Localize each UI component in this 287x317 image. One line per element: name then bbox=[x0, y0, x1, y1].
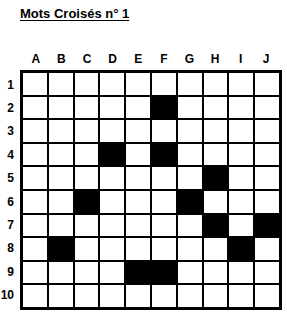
cell-H2[interactable] bbox=[204, 97, 228, 119]
cell-H4[interactable] bbox=[204, 144, 228, 166]
cell-I1[interactable] bbox=[229, 73, 253, 95]
cell-I4[interactable] bbox=[229, 144, 253, 166]
cell-H8[interactable] bbox=[204, 238, 228, 260]
row-labels: 12345678910 bbox=[0, 70, 17, 310]
cell-F1[interactable] bbox=[152, 73, 176, 95]
cell-D5[interactable] bbox=[100, 167, 124, 189]
cell-I9[interactable] bbox=[229, 262, 253, 284]
cell-J6[interactable] bbox=[255, 191, 279, 213]
column-header-I: I bbox=[228, 51, 254, 68]
cell-E8[interactable] bbox=[126, 238, 150, 260]
page-title: Mots Croisés n° 1 bbox=[20, 6, 129, 21]
cell-J9[interactable] bbox=[255, 262, 279, 284]
cell-F10[interactable] bbox=[152, 285, 176, 307]
cell-H5-black bbox=[204, 167, 228, 189]
row-label-7: 7 bbox=[0, 213, 17, 236]
cell-H1[interactable] bbox=[204, 73, 228, 95]
cell-G4[interactable] bbox=[178, 144, 202, 166]
row-label-5: 5 bbox=[0, 167, 17, 190]
cell-B3[interactable] bbox=[49, 120, 73, 142]
cell-F8[interactable] bbox=[152, 238, 176, 260]
cell-D6[interactable] bbox=[100, 191, 124, 213]
cell-E4[interactable] bbox=[126, 144, 150, 166]
cell-A3[interactable] bbox=[23, 120, 47, 142]
cell-A1[interactable] bbox=[23, 73, 47, 95]
cell-A8[interactable] bbox=[23, 238, 47, 260]
cell-A4[interactable] bbox=[23, 144, 47, 166]
cell-C8[interactable] bbox=[75, 238, 99, 260]
row-label-4: 4 bbox=[0, 143, 17, 166]
cell-F7[interactable] bbox=[152, 215, 176, 237]
cell-F2-black bbox=[152, 97, 176, 119]
crossword-grid bbox=[20, 70, 282, 310]
cell-G8[interactable] bbox=[178, 238, 202, 260]
column-header-B: B bbox=[49, 51, 75, 68]
cell-F9-black bbox=[152, 262, 176, 284]
cell-A9[interactable] bbox=[23, 262, 47, 284]
cell-D1[interactable] bbox=[100, 73, 124, 95]
cell-J10[interactable] bbox=[255, 285, 279, 307]
cell-G10[interactable] bbox=[178, 285, 202, 307]
cell-J2[interactable] bbox=[255, 97, 279, 119]
cell-H9[interactable] bbox=[204, 262, 228, 284]
cell-B2[interactable] bbox=[49, 97, 73, 119]
cell-F4-black bbox=[152, 144, 176, 166]
cell-D2[interactable] bbox=[100, 97, 124, 119]
cell-B4[interactable] bbox=[49, 144, 73, 166]
cell-I5[interactable] bbox=[229, 167, 253, 189]
cell-B10[interactable] bbox=[49, 285, 73, 307]
cell-A10[interactable] bbox=[23, 285, 47, 307]
column-header-G: G bbox=[177, 51, 203, 68]
cell-G5[interactable] bbox=[178, 167, 202, 189]
cell-D3[interactable] bbox=[100, 120, 124, 142]
cell-C1[interactable] bbox=[75, 73, 99, 95]
cell-B1[interactable] bbox=[49, 73, 73, 95]
cell-B9[interactable] bbox=[49, 262, 73, 284]
cell-C4[interactable] bbox=[75, 144, 99, 166]
row-label-6: 6 bbox=[0, 190, 17, 213]
cell-G9[interactable] bbox=[178, 262, 202, 284]
cell-D9[interactable] bbox=[100, 262, 124, 284]
crossword-page: Mots Croisés n° 1 ABCDEFGHIJ 12345678910 bbox=[0, 0, 287, 317]
cell-J5[interactable] bbox=[255, 167, 279, 189]
row-label-2: 2 bbox=[0, 96, 17, 119]
cell-H7-black bbox=[204, 215, 228, 237]
cell-J8[interactable] bbox=[255, 238, 279, 260]
cell-J4[interactable] bbox=[255, 144, 279, 166]
row-label-3: 3 bbox=[0, 120, 17, 143]
cell-E7[interactable] bbox=[126, 215, 150, 237]
column-headers: ABCDEFGHIJ bbox=[23, 51, 279, 68]
cell-I3[interactable] bbox=[229, 120, 253, 142]
row-label-10: 10 bbox=[0, 284, 17, 307]
cell-H3[interactable] bbox=[204, 120, 228, 142]
cell-E6[interactable] bbox=[126, 191, 150, 213]
cell-A2[interactable] bbox=[23, 97, 47, 119]
column-header-E: E bbox=[125, 51, 151, 68]
cell-C5[interactable] bbox=[75, 167, 99, 189]
cell-F6[interactable] bbox=[152, 191, 176, 213]
cell-A5[interactable] bbox=[23, 167, 47, 189]
cell-J1[interactable] bbox=[255, 73, 279, 95]
row-label-8: 8 bbox=[0, 237, 17, 260]
cell-C6-black bbox=[75, 191, 99, 213]
column-header-C: C bbox=[74, 51, 100, 68]
cell-I10[interactable] bbox=[229, 285, 253, 307]
cell-G6-black bbox=[178, 191, 202, 213]
column-header-J: J bbox=[253, 51, 279, 68]
cell-E10[interactable] bbox=[126, 285, 150, 307]
cell-D4-black bbox=[100, 144, 124, 166]
row-label-1: 1 bbox=[0, 73, 17, 96]
cell-B6[interactable] bbox=[49, 191, 73, 213]
cell-G1[interactable] bbox=[178, 73, 202, 95]
cell-A7[interactable] bbox=[23, 215, 47, 237]
cell-I8-black bbox=[229, 238, 253, 260]
cell-G7[interactable] bbox=[178, 215, 202, 237]
cell-H10[interactable] bbox=[204, 285, 228, 307]
column-header-A: A bbox=[23, 51, 49, 68]
cell-E5[interactable] bbox=[126, 167, 150, 189]
row-label-9: 9 bbox=[0, 260, 17, 283]
cell-H6[interactable] bbox=[204, 191, 228, 213]
cell-I2[interactable] bbox=[229, 97, 253, 119]
cell-D10[interactable] bbox=[100, 285, 124, 307]
cell-F3[interactable] bbox=[152, 120, 176, 142]
column-header-H: H bbox=[202, 51, 228, 68]
cell-C7[interactable] bbox=[75, 215, 99, 237]
cell-G2[interactable] bbox=[178, 97, 202, 119]
cell-J3[interactable] bbox=[255, 120, 279, 142]
cell-D8[interactable] bbox=[100, 238, 124, 260]
cell-C2[interactable] bbox=[75, 97, 99, 119]
cell-C10[interactable] bbox=[75, 285, 99, 307]
cell-B7[interactable] bbox=[49, 215, 73, 237]
cell-J7-black bbox=[255, 215, 279, 237]
cell-C9[interactable] bbox=[75, 262, 99, 284]
cell-E3[interactable] bbox=[126, 120, 150, 142]
column-header-F: F bbox=[151, 51, 177, 68]
cell-D7[interactable] bbox=[100, 215, 124, 237]
cell-B5[interactable] bbox=[49, 167, 73, 189]
cell-E9-black bbox=[126, 262, 150, 284]
cell-A6[interactable] bbox=[23, 191, 47, 213]
cell-E2[interactable] bbox=[126, 97, 150, 119]
column-header-D: D bbox=[100, 51, 126, 68]
cell-G3[interactable] bbox=[178, 120, 202, 142]
cell-C3[interactable] bbox=[75, 120, 99, 142]
cell-I7[interactable] bbox=[229, 215, 253, 237]
cell-B8-black bbox=[49, 238, 73, 260]
cell-I6[interactable] bbox=[229, 191, 253, 213]
cell-F5[interactable] bbox=[152, 167, 176, 189]
cell-E1[interactable] bbox=[126, 73, 150, 95]
